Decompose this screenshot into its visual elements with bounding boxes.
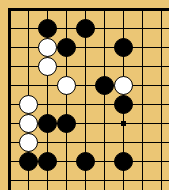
black-stone[interactable] xyxy=(38,19,57,38)
intersection[interactable] xyxy=(95,38,114,57)
intersection[interactable] xyxy=(95,19,114,38)
intersection[interactable] xyxy=(38,57,57,76)
intersection[interactable] xyxy=(114,171,133,190)
intersection[interactable] xyxy=(57,171,76,190)
intersection[interactable] xyxy=(38,152,57,171)
intersection[interactable] xyxy=(76,76,95,95)
black-stone[interactable] xyxy=(114,95,133,114)
black-stone[interactable] xyxy=(57,38,76,57)
intersection[interactable] xyxy=(114,38,133,57)
intersection[interactable] xyxy=(152,114,169,133)
intersection[interactable] xyxy=(38,171,57,190)
intersection[interactable] xyxy=(0,76,19,95)
intersection[interactable] xyxy=(19,171,38,190)
intersection[interactable] xyxy=(133,133,152,152)
intersection[interactable] xyxy=(0,38,19,57)
intersection[interactable] xyxy=(38,114,57,133)
intersection[interactable] xyxy=(38,133,57,152)
intersection[interactable] xyxy=(114,57,133,76)
intersection[interactable] xyxy=(133,152,152,171)
intersection[interactable] xyxy=(95,0,114,19)
intersection[interactable] xyxy=(95,152,114,171)
intersection[interactable] xyxy=(57,76,76,95)
intersection[interactable] xyxy=(38,0,57,19)
intersection[interactable] xyxy=(114,133,133,152)
intersection[interactable] xyxy=(133,76,152,95)
intersection[interactable] xyxy=(38,95,57,114)
white-stone[interactable] xyxy=(19,114,38,133)
intersection[interactable] xyxy=(38,76,57,95)
intersection[interactable] xyxy=(57,133,76,152)
white-stone[interactable] xyxy=(38,38,57,57)
white-stone[interactable] xyxy=(57,76,76,95)
intersection[interactable] xyxy=(19,133,38,152)
intersection[interactable] xyxy=(57,19,76,38)
intersection[interactable] xyxy=(133,95,152,114)
intersection[interactable] xyxy=(152,95,169,114)
intersection[interactable] xyxy=(152,19,169,38)
intersection[interactable] xyxy=(95,171,114,190)
intersection[interactable] xyxy=(114,76,133,95)
intersection[interactable] xyxy=(114,19,133,38)
intersection[interactable] xyxy=(19,95,38,114)
intersection[interactable] xyxy=(76,152,95,171)
intersection[interactable] xyxy=(133,114,152,133)
go-board-grid xyxy=(0,0,169,190)
intersection[interactable] xyxy=(57,114,76,133)
black-stone[interactable] xyxy=(95,76,114,95)
intersection[interactable] xyxy=(19,152,38,171)
intersection[interactable] xyxy=(152,152,169,171)
intersection[interactable] xyxy=(57,0,76,19)
intersection[interactable] xyxy=(19,0,38,19)
black-stone[interactable] xyxy=(38,114,57,133)
black-stone[interactable] xyxy=(76,19,95,38)
intersection[interactable] xyxy=(76,133,95,152)
intersection[interactable] xyxy=(76,19,95,38)
intersection[interactable] xyxy=(57,95,76,114)
intersection[interactable] xyxy=(0,19,19,38)
intersection[interactable] xyxy=(57,57,76,76)
intersection[interactable] xyxy=(95,76,114,95)
white-stone[interactable] xyxy=(19,95,38,114)
intersection[interactable] xyxy=(95,95,114,114)
intersection[interactable] xyxy=(76,38,95,57)
intersection[interactable] xyxy=(19,76,38,95)
intersection[interactable] xyxy=(133,57,152,76)
intersection[interactable] xyxy=(19,19,38,38)
white-stone[interactable] xyxy=(114,76,133,95)
intersection[interactable] xyxy=(133,38,152,57)
intersection[interactable] xyxy=(19,57,38,76)
intersection[interactable] xyxy=(95,57,114,76)
intersection[interactable] xyxy=(152,171,169,190)
intersection[interactable] xyxy=(152,57,169,76)
intersection[interactable] xyxy=(114,152,133,171)
intersection[interactable] xyxy=(38,38,57,57)
intersection[interactable] xyxy=(19,38,38,57)
intersection[interactable] xyxy=(0,152,19,171)
intersection[interactable] xyxy=(38,19,57,38)
intersection[interactable] xyxy=(0,0,19,19)
black-stone[interactable] xyxy=(76,152,95,171)
intersection[interactable] xyxy=(19,114,38,133)
intersection[interactable] xyxy=(0,57,19,76)
intersection[interactable] xyxy=(76,114,95,133)
intersection[interactable] xyxy=(114,114,133,133)
intersection[interactable] xyxy=(76,95,95,114)
intersection[interactable] xyxy=(0,114,19,133)
black-stone[interactable] xyxy=(114,152,133,171)
intersection[interactable] xyxy=(152,133,169,152)
intersection[interactable] xyxy=(76,0,95,19)
white-stone[interactable] xyxy=(19,133,38,152)
intersection[interactable] xyxy=(95,133,114,152)
intersection[interactable] xyxy=(76,171,95,190)
intersection[interactable] xyxy=(0,171,19,190)
intersection[interactable] xyxy=(57,152,76,171)
black-stone[interactable] xyxy=(114,38,133,57)
black-stone[interactable] xyxy=(19,152,38,171)
intersection[interactable] xyxy=(152,76,169,95)
black-stone[interactable] xyxy=(57,114,76,133)
intersection[interactable] xyxy=(0,133,19,152)
black-stone[interactable] xyxy=(38,152,57,171)
intersection[interactable] xyxy=(152,38,169,57)
intersection[interactable] xyxy=(114,0,133,19)
intersection[interactable] xyxy=(152,0,169,19)
intersection[interactable] xyxy=(95,114,114,133)
go-board-diagram xyxy=(0,0,169,190)
intersection[interactable] xyxy=(133,0,152,19)
intersection[interactable] xyxy=(133,19,152,38)
intersection[interactable] xyxy=(76,57,95,76)
intersection[interactable] xyxy=(0,95,19,114)
intersection[interactable] xyxy=(57,38,76,57)
intersection[interactable] xyxy=(114,95,133,114)
intersection[interactable] xyxy=(133,171,152,190)
white-stone[interactable] xyxy=(38,57,57,76)
